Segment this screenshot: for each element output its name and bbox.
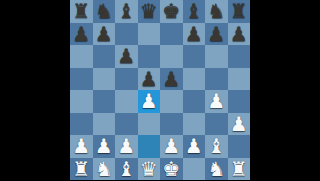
white-pawn[interactable]: ♟ bbox=[117, 135, 135, 158]
white-bishop[interactable]: ♝ bbox=[207, 135, 225, 158]
black-queen[interactable]: ♛ bbox=[140, 0, 158, 22]
white-bishop[interactable]: ♝ bbox=[117, 157, 135, 180]
square-d2[interactable] bbox=[138, 135, 161, 158]
square-e2[interactable]: ♟ bbox=[160, 135, 183, 158]
square-e8[interactable]: ♚ bbox=[160, 0, 183, 23]
square-c7[interactable] bbox=[115, 23, 138, 46]
square-f6[interactable] bbox=[183, 45, 206, 68]
black-bishop[interactable]: ♝ bbox=[117, 0, 135, 22]
square-g2[interactable]: ♝ bbox=[205, 135, 228, 158]
square-g6[interactable] bbox=[205, 45, 228, 68]
square-b8[interactable]: ♞ bbox=[93, 0, 116, 23]
square-g4[interactable]: ♟ bbox=[205, 90, 228, 113]
square-h3[interactable]: ♟ bbox=[228, 113, 251, 136]
square-f7[interactable]: ♟ bbox=[183, 23, 206, 46]
square-e6[interactable] bbox=[160, 45, 183, 68]
square-e3[interactable] bbox=[160, 113, 183, 136]
chess-board: ♜♞♝♛♚♝♞♜♟♟♟♟♟♟♟♟♟♟♟♟♟♟♟♟♝♜♞♝♛♚♞♜ bbox=[70, 0, 250, 180]
square-d4[interactable]: ♟ bbox=[138, 90, 161, 113]
square-e4[interactable] bbox=[160, 90, 183, 113]
black-pawn[interactable]: ♟ bbox=[230, 22, 248, 45]
square-b7[interactable]: ♟ bbox=[93, 23, 116, 46]
black-pawn[interactable]: ♟ bbox=[72, 22, 90, 45]
square-c5[interactable] bbox=[115, 68, 138, 91]
square-c6[interactable]: ♟ bbox=[115, 45, 138, 68]
white-pawn[interactable]: ♟ bbox=[140, 90, 158, 113]
black-pawn[interactable]: ♟ bbox=[162, 67, 180, 90]
black-bishop[interactable]: ♝ bbox=[185, 0, 203, 22]
white-pawn[interactable]: ♟ bbox=[207, 90, 225, 113]
square-g7[interactable]: ♟ bbox=[205, 23, 228, 46]
square-h4[interactable] bbox=[228, 90, 251, 113]
black-pawn[interactable]: ♟ bbox=[117, 45, 135, 68]
white-knight[interactable]: ♞ bbox=[95, 157, 113, 180]
black-knight[interactable]: ♞ bbox=[95, 0, 113, 22]
square-a6[interactable] bbox=[70, 45, 93, 68]
square-b6[interactable] bbox=[93, 45, 116, 68]
square-a1[interactable]: ♜ bbox=[70, 158, 93, 181]
square-e1[interactable]: ♚ bbox=[160, 158, 183, 181]
square-b4[interactable] bbox=[93, 90, 116, 113]
square-a5[interactable] bbox=[70, 68, 93, 91]
square-f3[interactable] bbox=[183, 113, 206, 136]
square-c2[interactable]: ♟ bbox=[115, 135, 138, 158]
black-pawn[interactable]: ♟ bbox=[207, 22, 225, 45]
square-c1[interactable]: ♝ bbox=[115, 158, 138, 181]
square-h1[interactable]: ♜ bbox=[228, 158, 251, 181]
square-f4[interactable] bbox=[183, 90, 206, 113]
square-g8[interactable]: ♞ bbox=[205, 0, 228, 23]
white-rook[interactable]: ♜ bbox=[230, 157, 248, 180]
square-b5[interactable] bbox=[93, 68, 116, 91]
white-pawn[interactable]: ♟ bbox=[95, 135, 113, 158]
black-rook[interactable]: ♜ bbox=[230, 0, 248, 22]
square-d1[interactable]: ♛ bbox=[138, 158, 161, 181]
white-pawn[interactable]: ♟ bbox=[230, 112, 248, 135]
square-b3[interactable] bbox=[93, 113, 116, 136]
square-f2[interactable]: ♟ bbox=[183, 135, 206, 158]
white-knight[interactable]: ♞ bbox=[207, 157, 225, 180]
square-h8[interactable]: ♜ bbox=[228, 0, 251, 23]
black-king[interactable]: ♚ bbox=[162, 0, 180, 22]
square-e7[interactable] bbox=[160, 23, 183, 46]
square-e5[interactable]: ♟ bbox=[160, 68, 183, 91]
black-pawn[interactable]: ♟ bbox=[140, 67, 158, 90]
white-pawn[interactable]: ♟ bbox=[162, 135, 180, 158]
square-f8[interactable]: ♝ bbox=[183, 0, 206, 23]
square-g3[interactable] bbox=[205, 113, 228, 136]
square-a4[interactable] bbox=[70, 90, 93, 113]
square-g5[interactable] bbox=[205, 68, 228, 91]
square-g1[interactable]: ♞ bbox=[205, 158, 228, 181]
square-a2[interactable]: ♟ bbox=[70, 135, 93, 158]
square-h5[interactable] bbox=[228, 68, 251, 91]
square-a8[interactable]: ♜ bbox=[70, 0, 93, 23]
square-f1[interactable] bbox=[183, 158, 206, 181]
black-pawn[interactable]: ♟ bbox=[185, 22, 203, 45]
square-a3[interactable] bbox=[70, 113, 93, 136]
black-knight[interactable]: ♞ bbox=[207, 0, 225, 22]
square-d3[interactable] bbox=[138, 113, 161, 136]
black-rook[interactable]: ♜ bbox=[72, 0, 90, 22]
square-d6[interactable] bbox=[138, 45, 161, 68]
square-d5[interactable]: ♟ bbox=[138, 68, 161, 91]
white-queen[interactable]: ♛ bbox=[140, 157, 158, 180]
black-pawn[interactable]: ♟ bbox=[95, 22, 113, 45]
white-pawn[interactable]: ♟ bbox=[185, 135, 203, 158]
white-pawn[interactable]: ♟ bbox=[72, 135, 90, 158]
square-h2[interactable] bbox=[228, 135, 251, 158]
square-d8[interactable]: ♛ bbox=[138, 0, 161, 23]
square-b2[interactable]: ♟ bbox=[93, 135, 116, 158]
square-h7[interactable]: ♟ bbox=[228, 23, 251, 46]
square-c3[interactable] bbox=[115, 113, 138, 136]
video-frame: ♜♞♝♛♚♝♞♜♟♟♟♟♟♟♟♟♟♟♟♟♟♟♟♟♝♜♞♝♛♚♞♜ bbox=[0, 0, 320, 180]
square-d7[interactable] bbox=[138, 23, 161, 46]
white-rook[interactable]: ♜ bbox=[72, 157, 90, 180]
square-b1[interactable]: ♞ bbox=[93, 158, 116, 181]
square-f5[interactable] bbox=[183, 68, 206, 91]
square-a7[interactable]: ♟ bbox=[70, 23, 93, 46]
white-king[interactable]: ♚ bbox=[162, 157, 180, 180]
square-h6[interactable] bbox=[228, 45, 251, 68]
square-c4[interactable] bbox=[115, 90, 138, 113]
square-c8[interactable]: ♝ bbox=[115, 0, 138, 23]
